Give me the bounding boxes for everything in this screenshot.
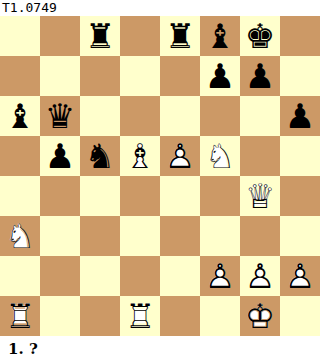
puzzle-id: T1.0749: [0, 0, 320, 16]
square-g7[interactable]: ♟: [240, 56, 280, 96]
white-pawn-icon: ♟♙: [160, 136, 200, 176]
square-f3[interactable]: [200, 216, 240, 256]
square-g8[interactable]: ♚: [240, 16, 280, 56]
square-d7[interactable]: [120, 56, 160, 96]
square-g2[interactable]: ♟♙: [240, 256, 280, 296]
white-rook-icon: ♜♖: [0, 296, 40, 336]
square-b1[interactable]: [40, 296, 80, 336]
black-pawn-icon: ♟: [200, 56, 240, 96]
square-b6[interactable]: ♛: [40, 96, 80, 136]
black-pawn-icon: ♟: [40, 136, 80, 176]
square-h2[interactable]: ♟♙: [280, 256, 320, 296]
black-king-icon: ♚: [240, 16, 280, 56]
black-rook-icon: ♜: [160, 16, 200, 56]
square-a4[interactable]: [0, 176, 40, 216]
square-h1[interactable]: [280, 296, 320, 336]
white-rook-icon: ♜♖: [120, 296, 160, 336]
square-c7[interactable]: [80, 56, 120, 96]
black-bishop-icon: ♝: [200, 16, 240, 56]
black-pawn-icon: ♟: [240, 56, 280, 96]
square-e2[interactable]: [160, 256, 200, 296]
move-prompt: 1. ?: [0, 336, 320, 360]
white-bishop-icon: ♝♗: [120, 136, 160, 176]
square-f1[interactable]: [200, 296, 240, 336]
square-e8[interactable]: ♜: [160, 16, 200, 56]
square-a2[interactable]: [0, 256, 40, 296]
square-h3[interactable]: [280, 216, 320, 256]
square-h7[interactable]: [280, 56, 320, 96]
square-e3[interactable]: [160, 216, 200, 256]
square-b7[interactable]: [40, 56, 80, 96]
square-e6[interactable]: [160, 96, 200, 136]
square-f5[interactable]: ♞♘: [200, 136, 240, 176]
square-f7[interactable]: ♟: [200, 56, 240, 96]
square-c8[interactable]: ♜: [80, 16, 120, 56]
black-knight-icon: ♞: [80, 136, 120, 176]
white-knight-icon: ♞♘: [0, 216, 40, 256]
square-a6[interactable]: ♝: [0, 96, 40, 136]
white-knight-icon: ♞♘: [200, 136, 240, 176]
square-a3[interactable]: ♞♘: [0, 216, 40, 256]
square-e5[interactable]: ♟♙: [160, 136, 200, 176]
square-b5[interactable]: ♟: [40, 136, 80, 176]
square-f8[interactable]: ♝: [200, 16, 240, 56]
chess-board: ♜♜♝♚♟♟♝♛♟♟♞♝♗♟♙♞♘♛♕♞♘♟♙♟♙♟♙♜♖♜♖♚♔: [0, 16, 320, 336]
square-e7[interactable]: [160, 56, 200, 96]
black-queen-icon: ♛: [40, 96, 80, 136]
square-a5[interactable]: [0, 136, 40, 176]
square-b3[interactable]: [40, 216, 80, 256]
square-g5[interactable]: [240, 136, 280, 176]
square-d3[interactable]: [120, 216, 160, 256]
square-f4[interactable]: [200, 176, 240, 216]
square-c4[interactable]: [80, 176, 120, 216]
white-queen-icon: ♛♕: [240, 176, 280, 216]
square-e1[interactable]: [160, 296, 200, 336]
square-h6[interactable]: ♟: [280, 96, 320, 136]
square-e4[interactable]: [160, 176, 200, 216]
square-h5[interactable]: [280, 136, 320, 176]
black-bishop-icon: ♝: [0, 96, 40, 136]
white-king-icon: ♚♔: [240, 296, 280, 336]
square-d2[interactable]: [120, 256, 160, 296]
square-a7[interactable]: [0, 56, 40, 96]
square-b2[interactable]: [40, 256, 80, 296]
square-c1[interactable]: [80, 296, 120, 336]
square-f6[interactable]: [200, 96, 240, 136]
square-d5[interactable]: ♝♗: [120, 136, 160, 176]
square-a8[interactable]: [0, 16, 40, 56]
white-pawn-icon: ♟♙: [280, 256, 320, 296]
square-c3[interactable]: [80, 216, 120, 256]
white-pawn-icon: ♟♙: [240, 256, 280, 296]
square-g6[interactable]: [240, 96, 280, 136]
chess-puzzle-page: T1.0749 ♜♜♝♚♟♟♝♛♟♟♞♝♗♟♙♞♘♛♕♞♘♟♙♟♙♟♙♜♖♜♖♚…: [0, 0, 320, 360]
square-c2[interactable]: [80, 256, 120, 296]
square-g4[interactable]: ♛♕: [240, 176, 280, 216]
square-d4[interactable]: [120, 176, 160, 216]
black-pawn-icon: ♟: [280, 96, 320, 136]
square-f2[interactable]: ♟♙: [200, 256, 240, 296]
square-d6[interactable]: [120, 96, 160, 136]
square-g3[interactable]: [240, 216, 280, 256]
square-d8[interactable]: [120, 16, 160, 56]
square-b4[interactable]: [40, 176, 80, 216]
square-c6[interactable]: [80, 96, 120, 136]
white-pawn-icon: ♟♙: [200, 256, 240, 296]
black-rook-icon: ♜: [80, 16, 120, 56]
square-c5[interactable]: ♞: [80, 136, 120, 176]
square-g1[interactable]: ♚♔: [240, 296, 280, 336]
square-b8[interactable]: [40, 16, 80, 56]
square-h8[interactable]: [280, 16, 320, 56]
square-a1[interactable]: ♜♖: [0, 296, 40, 336]
square-d1[interactable]: ♜♖: [120, 296, 160, 336]
square-h4[interactable]: [280, 176, 320, 216]
